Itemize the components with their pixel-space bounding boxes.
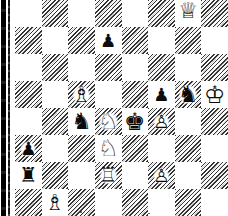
page-edge-band: [1, 0, 6, 216]
square-g4: [175, 108, 202, 135]
square-a2: ♜: [15, 162, 42, 189]
piece-black-king-e4: ♚: [122, 109, 148, 135]
square-e5: [122, 81, 149, 108]
piece-black-pawn-f5: ♟: [151, 85, 171, 105]
square-b3: [42, 135, 69, 162]
square-e1: [122, 189, 149, 216]
piece-white-knight-d4: ♘: [96, 109, 121, 134]
square-d2: ♖: [95, 162, 122, 189]
square-d4: ♘: [95, 108, 122, 135]
square-h6: [201, 54, 228, 81]
square-e3: [122, 135, 149, 162]
square-a5: [15, 81, 42, 108]
square-g5: ♞: [175, 81, 202, 108]
piece-black-knight-g5: ♞: [176, 82, 201, 107]
square-g2: [175, 162, 202, 189]
print-speck: [148, 213, 150, 214]
square-c2: [68, 162, 95, 189]
square-e6: [122, 54, 149, 81]
square-g6: [175, 54, 202, 81]
square-h7: [201, 27, 228, 54]
square-c6: [68, 54, 95, 81]
square-c3: [68, 135, 95, 162]
square-b8: [42, 0, 69, 27]
square-a3: ♟: [15, 135, 42, 162]
square-e8: [122, 0, 149, 27]
square-b1: ♗: [42, 189, 69, 216]
square-g3: [175, 135, 202, 162]
piece-black-knight-c4: ♞: [69, 109, 94, 134]
square-f5: ♟: [148, 81, 175, 108]
square-g1: [175, 189, 202, 216]
square-d3: ♘: [95, 135, 122, 162]
square-d1: [95, 189, 122, 216]
square-e2: [122, 162, 149, 189]
square-c5: ♗: [68, 81, 95, 108]
square-c4: ♞: [68, 108, 95, 135]
square-b5: [42, 81, 69, 108]
square-g8: ♕: [175, 0, 202, 27]
piece-white-bishop-b1: ♗: [43, 191, 67, 215]
square-f4: ♙: [148, 108, 175, 135]
print-speck: [80, 211, 82, 213]
piece-white-pawn-f4: ♙: [151, 112, 171, 132]
square-e4: ♚: [122, 108, 149, 135]
piece-black-rook-a2: ♜: [17, 164, 40, 187]
square-h8: [201, 0, 228, 27]
square-b6: [42, 54, 69, 81]
square-b2: [42, 162, 69, 189]
square-d7: ♟: [95, 27, 122, 54]
chess-board: ♕♟♗♟♞♔♞♘♚♙♟♘♜♖♙♗: [15, 0, 228, 216]
square-f3: [148, 135, 175, 162]
square-d8: [95, 0, 122, 27]
square-h3: [201, 135, 228, 162]
piece-white-rook-d2: ♖: [97, 164, 120, 187]
square-f1: [148, 189, 175, 216]
square-b4: [42, 108, 69, 135]
square-f2: ♙: [148, 162, 175, 189]
square-h4: [201, 108, 228, 135]
square-a4: [15, 108, 42, 135]
piece-white-bishop-c5: ♗: [70, 83, 94, 107]
square-h2: [201, 162, 228, 189]
square-a1: [15, 189, 42, 216]
square-f8: [148, 0, 175, 27]
piece-white-king-h5: ♔: [202, 82, 228, 108]
square-d6: [95, 54, 122, 81]
piece-white-pawn-f2: ♙: [151, 166, 171, 186]
square-a8: [15, 0, 42, 27]
piece-black-pawn-d7: ♟: [98, 31, 118, 51]
page-edge-line: [8, 0, 10, 216]
square-a7: [15, 27, 42, 54]
square-g7: [175, 27, 202, 54]
piece-black-pawn-a3: ♟: [18, 139, 38, 159]
square-f6: [148, 54, 175, 81]
square-b7: [42, 27, 69, 54]
square-e7: [122, 27, 149, 54]
square-h5: ♔: [201, 81, 228, 108]
square-c8: [68, 0, 95, 27]
scanned-chess-diagram: ♕♟♗♟♞♔♞♘♚♙♟♘♜♖♙♗: [0, 0, 228, 216]
square-c7: [68, 27, 95, 54]
piece-white-knight-d3: ♘: [96, 136, 121, 161]
square-a6: [15, 54, 42, 81]
square-h1: [201, 189, 228, 216]
square-d5: [95, 81, 122, 108]
square-f7: [148, 27, 175, 54]
piece-white-queen-g8: ♕: [176, 0, 200, 23]
